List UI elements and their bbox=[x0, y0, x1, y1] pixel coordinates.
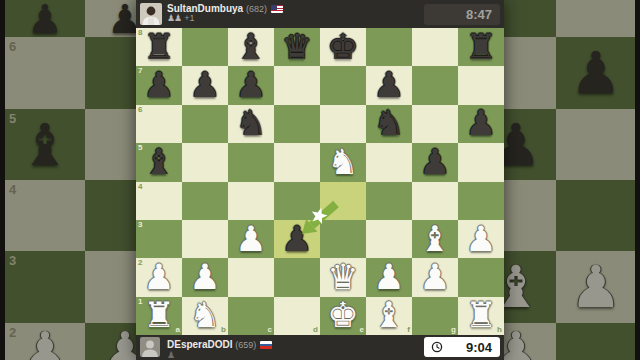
square-g6[interactable] bbox=[412, 105, 458, 143]
piece-white-pawn[interactable]: ♟ bbox=[366, 258, 412, 296]
piece-white-pawn[interactable]: ♟ bbox=[182, 258, 228, 296]
piece-black-pawn[interactable]: ♟ bbox=[136, 66, 182, 104]
square-b8[interactable] bbox=[182, 28, 228, 66]
background-square-a2: 2♟ bbox=[5, 323, 85, 360]
background-square-a7: ♟ bbox=[5, 0, 85, 37]
square-a6[interactable]: 6 bbox=[136, 105, 182, 143]
square-h1[interactable]: h♜ bbox=[458, 297, 504, 335]
bottom-player-clock: 9:04 bbox=[424, 337, 500, 357]
square-a5[interactable]: 5♝ bbox=[136, 143, 182, 181]
square-b4[interactable] bbox=[182, 182, 228, 220]
square-b6[interactable] bbox=[182, 105, 228, 143]
piece-black-rook[interactable]: ♜ bbox=[458, 28, 504, 66]
piece-white-pawn[interactable]: ♟ bbox=[458, 220, 504, 258]
square-h4[interactable] bbox=[458, 182, 504, 220]
square-h7[interactable] bbox=[458, 66, 504, 104]
captured-pawn-icons: ♟♟ bbox=[167, 13, 181, 23]
square-g3[interactable]: ♝ bbox=[412, 220, 458, 258]
square-e6[interactable] bbox=[320, 105, 366, 143]
background-square-g2: ♟ bbox=[504, 323, 556, 360]
background-square-g7 bbox=[504, 0, 556, 37]
background-square-b2: ♟ bbox=[85, 323, 136, 360]
square-d1[interactable]: d bbox=[274, 297, 320, 335]
square-a7[interactable]: 7♟ bbox=[136, 66, 182, 104]
background-piece-white-bishop: ♝ bbox=[504, 251, 556, 323]
background-square-g6 bbox=[504, 37, 556, 109]
square-b2[interactable]: ♟ bbox=[182, 258, 228, 296]
piece-white-knight[interactable]: ♞ bbox=[320, 143, 366, 181]
square-g5[interactable]: ♟ bbox=[412, 143, 458, 181]
square-f5[interactable] bbox=[366, 143, 412, 181]
material-score: +1 bbox=[184, 13, 194, 23]
piece-white-rook[interactable]: ♜ bbox=[136, 297, 182, 335]
square-e8[interactable]: ♚ bbox=[320, 28, 366, 66]
screenshot-stage: ♟♟65♝432♟♟ ♟♟♝♟♟ SultanDumbuya (682) ♟♟+… bbox=[0, 0, 640, 360]
file-label-c: c bbox=[268, 326, 272, 334]
rank-label-3: 3 bbox=[138, 221, 142, 229]
square-e3[interactable] bbox=[320, 220, 366, 258]
background-rank-label-3: 3 bbox=[9, 253, 16, 268]
chess-app-window: SultanDumbuya (682) ♟♟+1 8:47 8♜♝♛♚♜7♟♟♟… bbox=[136, 0, 504, 360]
piece-black-pawn[interactable]: ♟ bbox=[182, 66, 228, 104]
background-square-b6 bbox=[85, 37, 136, 109]
square-a1[interactable]: 1a♜ bbox=[136, 297, 182, 335]
piece-white-knight[interactable]: ♞ bbox=[182, 297, 228, 335]
square-f8[interactable] bbox=[366, 28, 412, 66]
piece-black-rook[interactable]: ♜ bbox=[136, 28, 182, 66]
clock-icon bbox=[431, 341, 443, 353]
bottom-player-captured-pieces: ♟ bbox=[167, 351, 174, 360]
square-e5[interactable]: ♞ bbox=[320, 143, 366, 181]
background-piece-black-pawn: ♟ bbox=[504, 109, 556, 180]
bottom-player-rating: (659) bbox=[235, 340, 256, 350]
piece-black-pawn[interactable]: ♟ bbox=[458, 105, 504, 143]
piece-black-knight[interactable]: ♞ bbox=[228, 105, 274, 143]
background-square-b4 bbox=[85, 180, 136, 251]
background-square-a5: 5♝ bbox=[5, 109, 85, 180]
square-d6[interactable] bbox=[274, 105, 320, 143]
square-f4[interactable] bbox=[366, 182, 412, 220]
background-piece-white-pawn: ♟ bbox=[5, 323, 85, 360]
square-h8[interactable]: ♜ bbox=[458, 28, 504, 66]
square-a2[interactable]: 2♟ bbox=[136, 258, 182, 296]
chess-board: 8♜♝♛♚♜7♟♟♟♟6♞♞♟5♝♞♟43♟♟♝♟2♟♟♛♟♟1a♜b♞cde♚… bbox=[136, 28, 504, 335]
background-square-h7 bbox=[556, 0, 636, 37]
square-g8[interactable] bbox=[412, 28, 458, 66]
piece-white-king[interactable]: ♚ bbox=[320, 297, 366, 335]
background-edge-bar-right bbox=[635, 0, 640, 360]
square-f6[interactable]: ♞ bbox=[366, 105, 412, 143]
background-board-left: ♟♟65♝432♟♟ bbox=[0, 0, 136, 360]
background-piece-black-bishop: ♝ bbox=[5, 109, 85, 180]
background-piece-white-pawn: ♟ bbox=[85, 323, 136, 360]
square-d5[interactable] bbox=[274, 143, 320, 181]
top-player-captured-pieces: ♟♟+1 bbox=[167, 14, 194, 23]
background-square-h3: ♟ bbox=[556, 251, 636, 323]
rank-label-4: 4 bbox=[138, 183, 142, 191]
square-c2[interactable] bbox=[228, 258, 274, 296]
square-d8[interactable]: ♛ bbox=[274, 28, 320, 66]
background-rank-label-4: 4 bbox=[9, 182, 16, 197]
top-player-rating: (682) bbox=[246, 4, 267, 14]
background-board-right: ♟♟♝♟♟ bbox=[504, 0, 640, 360]
piece-white-bishop[interactable]: ♝ bbox=[366, 297, 412, 335]
square-b3[interactable] bbox=[182, 220, 228, 258]
square-b1[interactable]: b♞ bbox=[182, 297, 228, 335]
square-c4[interactable] bbox=[228, 182, 274, 220]
square-f3[interactable] bbox=[366, 220, 412, 258]
piece-black-pawn[interactable]: ♟ bbox=[274, 220, 320, 258]
background-piece-black-pawn: ♟ bbox=[556, 37, 636, 109]
piece-white-bishop[interactable]: ♝ bbox=[412, 220, 458, 258]
square-f1[interactable]: f♝ bbox=[366, 297, 412, 335]
piece-white-pawn[interactable]: ♟ bbox=[228, 220, 274, 258]
bottom-player-name: DEsperaDODI bbox=[167, 339, 233, 350]
background-square-a4: 4 bbox=[5, 180, 85, 251]
square-d4[interactable] bbox=[274, 182, 320, 220]
piece-white-pawn[interactable]: ♟ bbox=[136, 258, 182, 296]
square-a3[interactable]: 3 bbox=[136, 220, 182, 258]
square-c3[interactable]: ♟ bbox=[228, 220, 274, 258]
square-e1[interactable]: e♚ bbox=[320, 297, 366, 335]
square-c5[interactable] bbox=[228, 143, 274, 181]
square-c8[interactable]: ♝ bbox=[228, 28, 274, 66]
square-g2[interactable]: ♟ bbox=[412, 258, 458, 296]
square-g7[interactable] bbox=[412, 66, 458, 104]
file-label-g: g bbox=[451, 326, 456, 334]
square-f2[interactable]: ♟ bbox=[366, 258, 412, 296]
top-player-bar[interactable]: SultanDumbuya (682) ♟♟+1 8:47 bbox=[136, 0, 504, 28]
background-piece-black-pawn: ♟ bbox=[85, 0, 136, 37]
piece-black-pawn[interactable]: ♟ bbox=[228, 66, 274, 104]
rank-label-6: 6 bbox=[138, 106, 142, 114]
background-square-a3: 3 bbox=[5, 251, 85, 323]
file-label-d: d bbox=[313, 326, 318, 334]
square-a4[interactable]: 4 bbox=[136, 182, 182, 220]
square-e7[interactable] bbox=[320, 66, 366, 104]
piece-white-rook[interactable]: ♜ bbox=[458, 297, 504, 335]
square-b5[interactable] bbox=[182, 143, 228, 181]
background-square-a6: 6 bbox=[5, 37, 85, 109]
background-square-b7: ♟ bbox=[85, 0, 136, 37]
background-edge-bar-left bbox=[0, 0, 5, 360]
square-c7[interactable]: ♟ bbox=[228, 66, 274, 104]
bottom-player-avatar[interactable] bbox=[140, 337, 160, 357]
background-piece-white-pawn: ♟ bbox=[504, 323, 556, 360]
square-h5[interactable] bbox=[458, 143, 504, 181]
background-square-h4 bbox=[556, 180, 636, 251]
piece-black-bishop[interactable]: ♝ bbox=[136, 143, 182, 181]
square-g1[interactable]: g bbox=[412, 297, 458, 335]
us-flag-icon bbox=[271, 5, 283, 13]
square-d3[interactable]: ♟ bbox=[274, 220, 320, 258]
background-piece-white-pawn: ♟ bbox=[556, 251, 636, 323]
square-h2[interactable] bbox=[458, 258, 504, 296]
square-h6[interactable]: ♟ bbox=[458, 105, 504, 143]
piece-black-pawn[interactable]: ♟ bbox=[412, 143, 458, 181]
background-rank-label-6: 6 bbox=[9, 39, 16, 54]
piece-black-bishop[interactable]: ♝ bbox=[228, 28, 274, 66]
piece-white-pawn[interactable]: ♟ bbox=[412, 258, 458, 296]
square-b7[interactable]: ♟ bbox=[182, 66, 228, 104]
background-square-b3 bbox=[85, 251, 136, 323]
top-player-avatar[interactable] bbox=[140, 3, 162, 25]
background-square-h5 bbox=[556, 109, 636, 180]
square-d2[interactable] bbox=[274, 258, 320, 296]
square-e2[interactable]: ♛ bbox=[320, 258, 366, 296]
square-a8[interactable]: 8♜ bbox=[136, 28, 182, 66]
ru-flag-icon bbox=[260, 341, 272, 349]
background-square-g5: ♟ bbox=[504, 109, 556, 180]
square-h3[interactable]: ♟ bbox=[458, 220, 504, 258]
piece-black-queen[interactable]: ♛ bbox=[274, 28, 320, 66]
square-c1[interactable]: c bbox=[228, 297, 274, 335]
bottom-player-name-row: DEsperaDODI (659) bbox=[167, 339, 272, 350]
background-square-b5 bbox=[85, 109, 136, 180]
square-d7[interactable] bbox=[274, 66, 320, 104]
bottom-clock-time: 9:04 bbox=[466, 340, 492, 355]
square-c6[interactable]: ♞ bbox=[228, 105, 274, 143]
piece-black-pawn[interactable]: ♟ bbox=[366, 66, 412, 104]
top-player-clock: 8:47 bbox=[424, 4, 500, 25]
background-square-g3: ♝ bbox=[504, 251, 556, 323]
piece-white-queen[interactable]: ♛ bbox=[320, 258, 366, 296]
background-square-h6: ♟ bbox=[556, 37, 636, 109]
background-square-h2 bbox=[556, 323, 636, 360]
captured-pawn-icon: ♟ bbox=[167, 350, 174, 360]
piece-black-knight[interactable]: ♞ bbox=[366, 105, 412, 143]
square-g4[interactable] bbox=[412, 182, 458, 220]
square-f7[interactable]: ♟ bbox=[366, 66, 412, 104]
background-square-g4 bbox=[504, 180, 556, 251]
background-piece-black-pawn: ♟ bbox=[5, 0, 85, 37]
square-e4[interactable] bbox=[320, 182, 366, 220]
piece-black-king[interactable]: ♚ bbox=[320, 28, 366, 66]
top-clock-time: 8:47 bbox=[466, 7, 492, 22]
bottom-player-bar[interactable]: DEsperaDODI (659) ♟ 9:04 bbox=[136, 335, 504, 360]
